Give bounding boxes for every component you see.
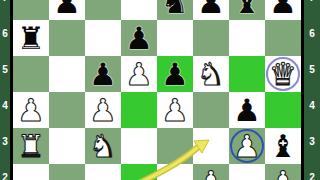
piece-white-knight: ♞ xyxy=(85,128,121,164)
piece-white-pawn: ♟ xyxy=(13,92,49,128)
square-e2[interactable] xyxy=(157,164,193,180)
square-c3[interactable]: ♞ xyxy=(85,128,121,164)
square-h6[interactable] xyxy=(265,20,301,56)
square-c5[interactable]: ♟ xyxy=(85,56,121,92)
square-g6[interactable] xyxy=(229,20,265,56)
rank-label-2-right: 2 xyxy=(304,172,320,180)
square-h2[interactable]: ♟ xyxy=(265,164,301,180)
square-e3[interactable] xyxy=(157,128,193,164)
piece-white-pawn: ♟ xyxy=(157,92,193,128)
rank-label-5-left: 5 xyxy=(0,64,10,76)
chess-board-frame: ♟♞♟♝♟♜♟♟♟♟♞♛♟♟♟♟♜♞♟♝♟♟ 776655443322 xyxy=(0,0,320,180)
piece-black-pawn: ♟ xyxy=(121,20,157,56)
square-f4[interactable] xyxy=(193,92,229,128)
piece-white-knight: ♞ xyxy=(193,56,229,92)
square-b6[interactable] xyxy=(49,20,85,56)
square-a6[interactable]: ♜ xyxy=(13,20,49,56)
square-g2[interactable] xyxy=(229,164,265,180)
piece-black-pawn: ♟ xyxy=(265,0,301,20)
square-d2[interactable] xyxy=(121,164,157,180)
square-c6[interactable] xyxy=(85,20,121,56)
rank-label-2-left: 2 xyxy=(0,172,10,180)
piece-white-pawn: ♟ xyxy=(85,92,121,128)
square-h4[interactable] xyxy=(265,92,301,128)
square-g7[interactable]: ♝ xyxy=(229,0,265,20)
piece-black-pawn: ♟ xyxy=(193,0,229,20)
piece-black-bishop: ♝ xyxy=(229,0,265,20)
square-h3[interactable]: ♝ xyxy=(265,128,301,164)
square-g3[interactable]: ♟ xyxy=(229,128,265,164)
rank-label-6-right: 6 xyxy=(304,28,320,40)
square-f2[interactable]: ♟ xyxy=(193,164,229,180)
square-d3[interactable] xyxy=(121,128,157,164)
circle-annotation-g3 xyxy=(230,129,264,163)
square-f3[interactable] xyxy=(193,128,229,164)
rank-label-4-right: 4 xyxy=(304,100,320,112)
square-d4[interactable] xyxy=(121,92,157,128)
square-a4[interactable]: ♟ xyxy=(13,92,49,128)
rank-label-6-left: 6 xyxy=(0,28,10,40)
square-g4[interactable]: ♟ xyxy=(229,92,265,128)
square-b7[interactable]: ♟ xyxy=(49,0,85,20)
square-b3[interactable] xyxy=(49,128,85,164)
square-a2[interactable] xyxy=(13,164,49,180)
right-coordinate-strip xyxy=(301,0,320,180)
left-coordinate-strip xyxy=(0,0,13,180)
square-f5[interactable]: ♞ xyxy=(193,56,229,92)
square-e5[interactable]: ♟ xyxy=(157,56,193,92)
square-a5[interactable] xyxy=(13,56,49,92)
piece-white-pawn: ♟ xyxy=(121,56,157,92)
piece-black-pawn: ♟ xyxy=(85,56,121,92)
square-h7[interactable]: ♟ xyxy=(265,0,301,20)
square-d5[interactable]: ♟ xyxy=(121,56,157,92)
square-e4[interactable]: ♟ xyxy=(157,92,193,128)
piece-black-rook: ♜ xyxy=(13,20,49,56)
square-a7[interactable] xyxy=(13,0,49,20)
rank-label-3-left: 3 xyxy=(0,136,10,148)
piece-white-pawn: ♟ xyxy=(193,164,229,180)
square-f6[interactable] xyxy=(193,20,229,56)
rank-label-5-right: 5 xyxy=(304,64,320,76)
square-h5[interactable]: ♛ xyxy=(265,56,301,92)
rank-label-7-right: 7 xyxy=(304,0,320,4)
square-b4[interactable] xyxy=(49,92,85,128)
square-e7[interactable]: ♞ xyxy=(157,0,193,20)
square-c7[interactable] xyxy=(85,0,121,20)
piece-black-knight: ♞ xyxy=(157,0,193,20)
square-c4[interactable]: ♟ xyxy=(85,92,121,128)
rank-label-7-left: 7 xyxy=(0,0,10,4)
square-b5[interactable] xyxy=(49,56,85,92)
square-b2[interactable] xyxy=(49,164,85,180)
rank-label-4-left: 4 xyxy=(0,100,10,112)
piece-black-pawn: ♟ xyxy=(229,92,265,128)
square-d7[interactable] xyxy=(121,0,157,20)
square-f7[interactable]: ♟ xyxy=(193,0,229,20)
piece-black-pawn: ♟ xyxy=(157,56,193,92)
square-a3[interactable]: ♜ xyxy=(13,128,49,164)
piece-black-pawn: ♟ xyxy=(49,0,85,20)
piece-white-pawn: ♟ xyxy=(265,164,301,180)
square-c2[interactable] xyxy=(85,164,121,180)
circle-annotation-h5 xyxy=(266,57,300,91)
square-g5[interactable] xyxy=(229,56,265,92)
rank-label-3-right: 3 xyxy=(304,136,320,148)
piece-black-bishop: ♝ xyxy=(265,128,301,164)
square-d6[interactable]: ♟ xyxy=(121,20,157,56)
chess-board: ♟♞♟♝♟♜♟♟♟♟♞♛♟♟♟♟♜♞♟♝♟♟ xyxy=(13,0,301,180)
square-e6[interactable] xyxy=(157,20,193,56)
piece-white-rook: ♜ xyxy=(13,128,49,164)
